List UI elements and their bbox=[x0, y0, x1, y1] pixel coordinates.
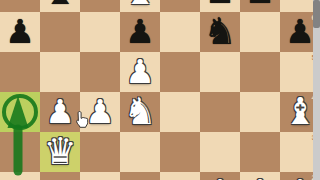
square-d7[interactable]: ♝ bbox=[120, 0, 160, 12]
square-c3[interactable] bbox=[80, 132, 120, 172]
square-a7[interactable] bbox=[0, 0, 40, 12]
square-e5[interactable] bbox=[160, 52, 200, 92]
square-e3[interactable] bbox=[160, 132, 200, 172]
square-a4[interactable] bbox=[0, 92, 40, 132]
black-knight-f6[interactable]: ♞ bbox=[203, 12, 236, 52]
white-queen-b3[interactable]: ♛ bbox=[43, 132, 76, 172]
square-a6[interactable]: ♟ bbox=[0, 12, 40, 52]
square-e2[interactable] bbox=[160, 172, 200, 180]
white-pawn-b4[interactable]: ♟ bbox=[45, 92, 75, 132]
square-e7[interactable] bbox=[160, 0, 200, 12]
white-knight-d4[interactable]: ♞ bbox=[123, 92, 156, 132]
scrollbar[interactable] bbox=[313, 0, 320, 180]
square-b4[interactable]: ♟ bbox=[40, 92, 80, 132]
square-c2[interactable] bbox=[80, 172, 120, 180]
square-d2[interactable] bbox=[120, 172, 160, 180]
square-c5[interactable] bbox=[80, 52, 120, 92]
square-f4[interactable] bbox=[200, 92, 240, 132]
black-pawn-a6[interactable]: ♟ bbox=[5, 12, 35, 52]
square-g5[interactable] bbox=[240, 52, 280, 92]
scrollbar-thumb[interactable] bbox=[313, 0, 320, 28]
square-g6[interactable] bbox=[240, 12, 280, 52]
square-b6[interactable] bbox=[40, 12, 80, 52]
black-pawn-g7[interactable]: ♟ bbox=[245, 0, 275, 12]
square-c4[interactable]: ♟ bbox=[80, 92, 120, 132]
square-f2[interactable]: ♟ bbox=[200, 172, 240, 180]
square-d5[interactable]: ♟ bbox=[120, 52, 160, 92]
white-bishop-d7[interactable]: ♝ bbox=[123, 0, 156, 12]
square-f5[interactable] bbox=[200, 52, 240, 92]
square-d6[interactable]: ♟ bbox=[120, 12, 160, 52]
white-pawn-c4[interactable]: ♟ bbox=[85, 92, 115, 132]
square-a2[interactable] bbox=[0, 172, 40, 180]
square-g7[interactable]: ♟ bbox=[240, 0, 280, 12]
square-a3[interactable] bbox=[0, 132, 40, 172]
square-c6[interactable] bbox=[80, 12, 120, 52]
board-viewport: ♝♝♟♟♟♟♞♟♟♟♟♞♝♛♟♟♟ 65432 bbox=[0, 0, 320, 180]
square-b5[interactable] bbox=[40, 52, 80, 92]
square-a5[interactable] bbox=[0, 52, 40, 92]
black-pawn-d6[interactable]: ♟ bbox=[125, 12, 155, 52]
square-f3[interactable] bbox=[200, 132, 240, 172]
white-pawn-d5[interactable]: ♟ bbox=[125, 52, 155, 92]
white-pawn-g2[interactable]: ♟ bbox=[245, 172, 275, 180]
square-g4[interactable] bbox=[240, 92, 280, 132]
white-pawn-f2[interactable]: ♟ bbox=[205, 172, 235, 180]
square-f6[interactable]: ♞ bbox=[200, 12, 240, 52]
square-b2[interactable] bbox=[40, 172, 80, 180]
black-bishop-b7[interactable]: ♝ bbox=[43, 0, 76, 12]
square-b3[interactable]: ♛ bbox=[40, 132, 80, 172]
square-d3[interactable] bbox=[120, 132, 160, 172]
square-g3[interactable] bbox=[240, 132, 280, 172]
chess-board[interactable]: ♝♝♟♟♟♟♞♟♟♟♟♞♝♛♟♟♟ bbox=[0, 0, 320, 180]
square-c7[interactable] bbox=[80, 0, 120, 12]
square-b7[interactable]: ♝ bbox=[40, 0, 80, 12]
square-e4[interactable] bbox=[160, 92, 200, 132]
square-g2[interactable]: ♟ bbox=[240, 172, 280, 180]
square-e6[interactable] bbox=[160, 12, 200, 52]
square-d4[interactable]: ♞ bbox=[120, 92, 160, 132]
